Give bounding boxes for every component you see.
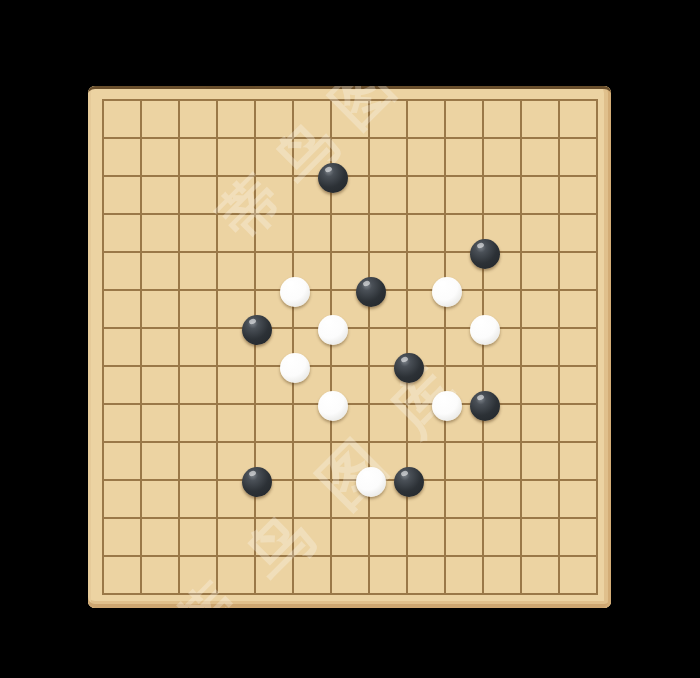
black-stone[interactable] [470,391,500,421]
stone-highlight [286,356,294,363]
white-stone[interactable] [470,315,500,345]
board-cell[interactable] [142,443,180,481]
stone-highlight [438,394,446,401]
stone-highlight [248,470,256,477]
stone-highlight [400,470,408,477]
board-cell[interactable] [484,481,522,519]
board-cell[interactable] [446,101,484,139]
board-cell[interactable] [484,519,522,557]
board-cell[interactable] [104,519,142,557]
board-cell[interactable] [522,481,560,519]
board-cell[interactable] [560,367,596,405]
black-stone[interactable] [242,467,272,497]
board-cell[interactable] [218,367,256,405]
board-cell[interactable] [522,253,560,291]
stone-highlight [476,242,484,249]
black-stone[interactable] [242,315,272,345]
stone-highlight [324,394,332,401]
stone-highlight [286,280,294,287]
board-cell[interactable] [180,367,218,405]
board-cell[interactable] [104,177,142,215]
board-cell[interactable] [180,291,218,329]
board-cell[interactable] [218,253,256,291]
board-cell[interactable] [522,519,560,557]
board-cell[interactable] [104,405,142,443]
board-cell[interactable] [104,481,142,519]
board-cell[interactable] [256,215,294,253]
board-cell[interactable] [408,557,446,593]
board-cell[interactable] [560,557,596,593]
board-cell[interactable] [484,443,522,481]
stone-highlight [248,318,256,325]
board-cell[interactable] [142,215,180,253]
board-cell[interactable] [522,443,560,481]
board-cell[interactable] [522,557,560,593]
board-cell[interactable] [408,101,446,139]
board-cell[interactable] [294,557,332,593]
board-cell[interactable] [332,557,370,593]
board-cell[interactable] [256,519,294,557]
black-stone[interactable] [356,277,386,307]
black-stone[interactable] [394,467,424,497]
white-stone[interactable] [356,467,386,497]
board-cell[interactable] [370,101,408,139]
board-cell[interactable] [142,329,180,367]
board-cell[interactable] [560,139,596,177]
board-cell[interactable] [446,139,484,177]
stone-highlight [362,280,370,287]
board-cell[interactable] [332,519,370,557]
board-cell[interactable] [256,139,294,177]
board-cell[interactable] [522,367,560,405]
board-cell[interactable] [256,177,294,215]
board-cell[interactable] [484,557,522,593]
board-cell[interactable] [446,481,484,519]
board-cell[interactable] [180,215,218,253]
board-cell[interactable] [104,253,142,291]
board-cell[interactable] [560,405,596,443]
board-cell[interactable] [142,177,180,215]
board-cell[interactable] [522,139,560,177]
board-cell[interactable] [560,101,596,139]
go-board: 蒂鸟图库 蒂鸟图库 [88,86,611,608]
black-stone[interactable] [470,239,500,269]
board-cell[interactable] [180,481,218,519]
board-cell[interactable] [522,291,560,329]
board-cell[interactable] [446,557,484,593]
board-cell[interactable] [142,557,180,593]
board-cell[interactable] [560,177,596,215]
board-cell[interactable] [370,519,408,557]
board-cell[interactable] [484,101,522,139]
board-cell[interactable] [142,253,180,291]
board-cell[interactable] [370,139,408,177]
board-grid [102,99,598,595]
board-cell[interactable] [142,405,180,443]
board-cell[interactable] [180,329,218,367]
board-cell[interactable] [408,215,446,253]
board-cell[interactable] [560,519,596,557]
board-cell[interactable] [104,329,142,367]
white-stone[interactable] [432,277,462,307]
board-cell[interactable] [332,215,370,253]
board-cell[interactable] [408,519,446,557]
board-cell[interactable] [218,405,256,443]
board-cell[interactable] [104,291,142,329]
board-cell[interactable] [408,139,446,177]
board-cell[interactable] [180,405,218,443]
board-cell[interactable] [142,367,180,405]
board-cell[interactable] [142,481,180,519]
board-cell[interactable] [446,177,484,215]
board-cell[interactable] [370,177,408,215]
board-cell[interactable] [370,215,408,253]
stone-highlight [476,394,484,401]
board-cell[interactable] [142,291,180,329]
white-stone[interactable] [280,277,310,307]
white-stone[interactable] [432,391,462,421]
board-cell[interactable] [560,215,596,253]
board-cell[interactable] [560,443,596,481]
board-cell[interactable] [104,367,142,405]
white-stone[interactable] [318,391,348,421]
black-stone[interactable] [394,353,424,383]
board-cell[interactable] [560,253,596,291]
board-cell[interactable] [332,101,370,139]
board-cell[interactable] [218,139,256,177]
board-cell[interactable] [370,557,408,593]
stone-highlight [362,470,370,477]
board-cell[interactable] [294,519,332,557]
board-cell[interactable] [522,215,560,253]
board-cell[interactable] [522,329,560,367]
board-cell[interactable] [446,519,484,557]
board-cell[interactable] [256,557,294,593]
board-cell[interactable] [218,177,256,215]
board-cell[interactable] [104,101,142,139]
board-cell[interactable] [180,519,218,557]
stone-highlight [324,166,332,173]
white-stone[interactable] [318,315,348,345]
stone-highlight [324,318,332,325]
board-cell[interactable] [560,291,596,329]
board-cell[interactable] [180,139,218,177]
board-cell[interactable] [180,557,218,593]
stone-highlight [438,280,446,287]
board-cell[interactable] [522,177,560,215]
board-cell[interactable] [294,101,332,139]
board-cell[interactable] [294,481,332,519]
stone-highlight [400,356,408,363]
board-cell[interactable] [446,443,484,481]
stone-highlight [476,318,484,325]
board-cell[interactable] [104,215,142,253]
board-cell[interactable] [142,519,180,557]
board-cell[interactable] [560,329,596,367]
black-stone[interactable] [318,163,348,193]
board-cell[interactable] [256,101,294,139]
board-cell[interactable] [104,443,142,481]
board-cell[interactable] [522,101,560,139]
board-cell[interactable] [560,481,596,519]
board-cell[interactable] [294,215,332,253]
page-background: { "game": "gomoku (five-in-a-row) on a w… [0,0,700,678]
board-cell[interactable] [256,405,294,443]
board-cell[interactable] [484,177,522,215]
board-cell[interactable] [484,139,522,177]
board-cell[interactable] [408,177,446,215]
white-stone[interactable] [280,353,310,383]
board-cell[interactable] [218,101,256,139]
board-cell[interactable] [180,443,218,481]
board-cell[interactable] [218,557,256,593]
board-cell[interactable] [104,557,142,593]
board-cell[interactable] [142,139,180,177]
board-cell[interactable] [142,101,180,139]
board-cell[interactable] [370,405,408,443]
board-cell[interactable] [180,253,218,291]
board-cell[interactable] [104,139,142,177]
board-cell[interactable] [218,215,256,253]
board-cell[interactable] [294,443,332,481]
board-cell[interactable] [180,177,218,215]
board-cell[interactable] [180,101,218,139]
board-cell[interactable] [522,405,560,443]
board-cell[interactable] [218,519,256,557]
